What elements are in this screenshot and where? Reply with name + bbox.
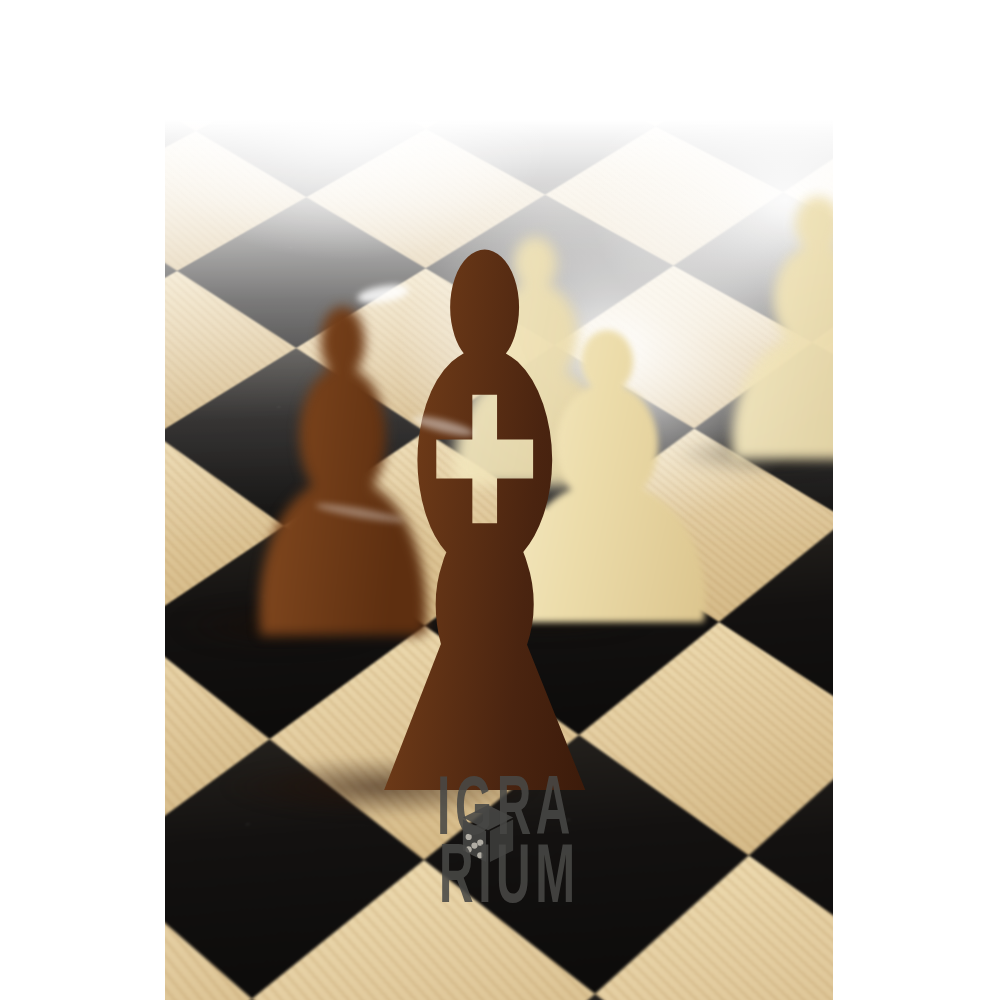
board-scene	[165, 0, 833, 1000]
chess-photo: ♟ ♟ ♟ ♟ ♝ IGRA	[165, 0, 833, 1000]
photo-canvas: ♟ ♟ ♟ ♟ ♝ IGRA	[0, 0, 1000, 1000]
chess-board	[165, 0, 833, 1000]
